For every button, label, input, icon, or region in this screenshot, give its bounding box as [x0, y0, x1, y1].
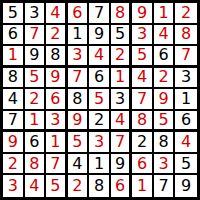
cell-r2c8[interactable]: 4	[154, 25, 176, 47]
cell-r8c1[interactable]: 2	[3, 154, 25, 176]
cell-r9c8[interactable]: 7	[154, 175, 176, 197]
cell-r9c7[interactable]: 1	[132, 175, 154, 197]
cell-r6c5[interactable]: 2	[89, 111, 111, 133]
cell-r4c2[interactable]: 5	[25, 68, 47, 90]
cell-r1c5[interactable]: 7	[89, 3, 111, 25]
cell-r6c2[interactable]: 1	[25, 111, 47, 133]
cell-r3c4[interactable]: 3	[68, 46, 90, 68]
cell-r1c8[interactable]: 1	[154, 3, 176, 25]
cell-r5c5[interactable]: 5	[89, 89, 111, 111]
cell-r2c3[interactable]: 2	[46, 25, 68, 47]
cell-r2c6[interactable]: 5	[111, 25, 133, 47]
cell-r4c7[interactable]: 4	[132, 68, 154, 90]
cell-r7c1[interactable]: 9	[3, 132, 25, 154]
cell-r1c3[interactable]: 4	[46, 3, 68, 25]
cell-r1c7[interactable]: 9	[132, 3, 154, 25]
cell-r5c9[interactable]: 1	[175, 89, 197, 111]
cell-r7c8[interactable]: 8	[154, 132, 176, 154]
cell-r2c1[interactable]: 6	[3, 25, 25, 47]
cell-r6c1[interactable]: 7	[3, 111, 25, 133]
cell-r4c6[interactable]: 1	[111, 68, 133, 90]
cell-r3c9[interactable]: 7	[175, 46, 197, 68]
cell-r1c6[interactable]: 8	[111, 3, 133, 25]
cell-r4c3[interactable]: 9	[46, 68, 68, 90]
cell-r7c2[interactable]: 6	[25, 132, 47, 154]
cell-r8c5[interactable]: 1	[89, 154, 111, 176]
cell-r9c1[interactable]: 3	[3, 175, 25, 197]
cell-r9c6[interactable]: 6	[111, 175, 133, 197]
cell-r5c3[interactable]: 6	[46, 89, 68, 111]
cell-r7c7[interactable]: 2	[132, 132, 154, 154]
cell-r9c4[interactable]: 2	[68, 175, 90, 197]
cell-r3c5[interactable]: 4	[89, 46, 111, 68]
cell-r4c8[interactable]: 2	[154, 68, 176, 90]
cell-r6c7[interactable]: 8	[132, 111, 154, 133]
cell-r8c8[interactable]: 3	[154, 154, 176, 176]
cell-r5c7[interactable]: 7	[132, 89, 154, 111]
cell-r3c8[interactable]: 6	[154, 46, 176, 68]
cell-r9c9[interactable]: 9	[175, 175, 197, 197]
cell-r7c3[interactable]: 1	[46, 132, 68, 154]
cell-r3c1[interactable]: 1	[3, 46, 25, 68]
cell-r6c8[interactable]: 5	[154, 111, 176, 133]
cell-r7c5[interactable]: 3	[89, 132, 111, 154]
cell-r8c3[interactable]: 7	[46, 154, 68, 176]
cell-r5c8[interactable]: 9	[154, 89, 176, 111]
cell-r8c4[interactable]: 4	[68, 154, 90, 176]
cell-r1c2[interactable]: 3	[25, 3, 47, 25]
cell-r7c9[interactable]: 4	[175, 132, 197, 154]
cell-r4c1[interactable]: 8	[3, 68, 25, 90]
cell-r3c6[interactable]: 2	[111, 46, 133, 68]
cell-r9c3[interactable]: 5	[46, 175, 68, 197]
cell-r8c9[interactable]: 5	[175, 154, 197, 176]
cell-r2c9[interactable]: 8	[175, 25, 197, 47]
cell-r2c7[interactable]: 3	[132, 25, 154, 47]
cell-r1c4[interactable]: 6	[68, 3, 90, 25]
cell-r4c4[interactable]: 7	[68, 68, 90, 90]
cell-r8c2[interactable]: 8	[25, 154, 47, 176]
cell-r5c6[interactable]: 3	[111, 89, 133, 111]
cell-r2c2[interactable]: 7	[25, 25, 47, 47]
cell-r5c2[interactable]: 2	[25, 89, 47, 111]
cell-r3c2[interactable]: 9	[25, 46, 47, 68]
sudoku-board: 5346789126721953481983425678597614234268…	[0, 0, 200, 200]
cell-r4c9[interactable]: 3	[175, 68, 197, 90]
cell-r5c1[interactable]: 4	[3, 89, 25, 111]
cell-r1c9[interactable]: 2	[175, 3, 197, 25]
cell-r6c9[interactable]: 6	[175, 111, 197, 133]
cell-r2c5[interactable]: 9	[89, 25, 111, 47]
cell-r5c4[interactable]: 8	[68, 89, 90, 111]
cell-r6c3[interactable]: 3	[46, 111, 68, 133]
cell-r3c7[interactable]: 5	[132, 46, 154, 68]
cell-r3c3[interactable]: 8	[46, 46, 68, 68]
cell-r4c5[interactable]: 6	[89, 68, 111, 90]
cell-r9c2[interactable]: 4	[25, 175, 47, 197]
cell-r6c6[interactable]: 4	[111, 111, 133, 133]
cell-r8c7[interactable]: 6	[132, 154, 154, 176]
cell-r6c4[interactable]: 9	[68, 111, 90, 133]
cell-r8c6[interactable]: 9	[111, 154, 133, 176]
cell-r1c1[interactable]: 5	[3, 3, 25, 25]
cell-r9c5[interactable]: 8	[89, 175, 111, 197]
cell-r2c4[interactable]: 1	[68, 25, 90, 47]
cell-r7c4[interactable]: 5	[68, 132, 90, 154]
cell-r7c6[interactable]: 7	[111, 132, 133, 154]
